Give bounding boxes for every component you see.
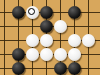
white-stone[interactable] [26,6,39,19]
white-stone[interactable] [54,20,67,33]
white-stone[interactable] [68,34,81,47]
white-stone[interactable] [54,48,67,61]
white-stone[interactable] [82,34,95,47]
white-stone[interactable] [26,48,39,61]
last-move-marker [28,8,35,15]
black-stone[interactable] [12,6,25,19]
black-stone[interactable] [68,6,81,19]
app-screenshot [0,0,100,75]
black-stone[interactable] [40,6,53,19]
white-stone[interactable] [40,48,53,61]
go-board[interactable] [0,0,100,75]
black-stone[interactable] [68,62,81,75]
black-stone[interactable] [12,62,25,75]
white-stone[interactable] [68,48,81,61]
white-stone[interactable] [40,34,53,47]
black-stone[interactable] [12,48,25,61]
white-stone[interactable] [26,34,39,47]
black-stone[interactable] [54,62,67,75]
black-stone[interactable] [40,20,53,33]
